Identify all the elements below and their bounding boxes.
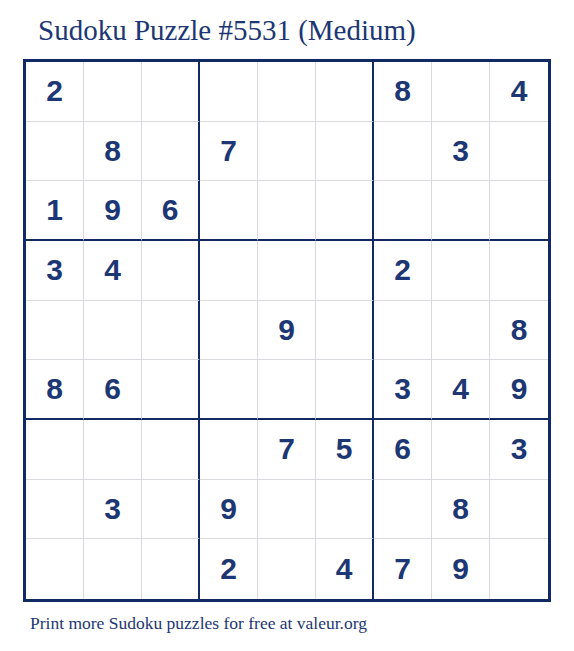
sudoku-cell-r8c1 <box>26 480 84 540</box>
sudoku-cell-r4c3 <box>142 241 200 301</box>
sudoku-cell-r8c4: 9 <box>200 480 258 540</box>
sudoku-cell-r5c1 <box>26 301 84 361</box>
sudoku-cell-r4c6 <box>316 241 374 301</box>
sudoku-cell-r5c2 <box>84 301 142 361</box>
sudoku-cell-r8c6 <box>316 480 374 540</box>
sudoku-cell-r1c9: 4 <box>490 62 548 122</box>
sudoku-cell-r1c6 <box>316 62 374 122</box>
sudoku-cell-r2c2: 8 <box>84 122 142 182</box>
sudoku-cell-r2c1 <box>26 122 84 182</box>
sudoku-cell-r5c3 <box>142 301 200 361</box>
sudoku-cell-r9c1 <box>26 539 84 599</box>
sudoku-cell-r7c5: 7 <box>258 420 316 480</box>
sudoku-cell-r9c7: 7 <box>374 539 432 599</box>
sudoku-cell-r3c6 <box>316 181 374 241</box>
sudoku-cell-r8c7 <box>374 480 432 540</box>
sudoku-cell-r7c1 <box>26 420 84 480</box>
sudoku-cell-r2c6 <box>316 122 374 182</box>
sudoku-cell-r6c2: 6 <box>84 360 142 420</box>
sudoku-cell-r8c5 <box>258 480 316 540</box>
sudoku-cell-r8c9 <box>490 480 548 540</box>
sudoku-cell-r7c4 <box>200 420 258 480</box>
sudoku-cell-r6c4 <box>200 360 258 420</box>
sudoku-cell-r1c8 <box>432 62 490 122</box>
sudoku-cell-r5c8 <box>432 301 490 361</box>
sudoku-cell-r5c6 <box>316 301 374 361</box>
sudoku-cell-r1c5 <box>258 62 316 122</box>
sudoku-cell-r4c5 <box>258 241 316 301</box>
sudoku-cell-r2c5 <box>258 122 316 182</box>
sudoku-cell-r8c3 <box>142 480 200 540</box>
sudoku-cell-r5c5: 9 <box>258 301 316 361</box>
sudoku-cell-r6c5 <box>258 360 316 420</box>
sudoku-cell-r2c7 <box>374 122 432 182</box>
sudoku-grid: 284873196342988634975633982479 <box>23 59 551 602</box>
sudoku-cell-r4c4 <box>200 241 258 301</box>
sudoku-cell-r9c8: 9 <box>432 539 490 599</box>
sudoku-cell-r9c2 <box>84 539 142 599</box>
sudoku-cell-r5c9: 8 <box>490 301 548 361</box>
sudoku-cell-r3c8 <box>432 181 490 241</box>
sudoku-cell-r6c9: 9 <box>490 360 548 420</box>
sudoku-cell-r9c9 <box>490 539 548 599</box>
sudoku-cell-r2c4: 7 <box>200 122 258 182</box>
sudoku-cell-r3c5 <box>258 181 316 241</box>
sudoku-cell-r6c1: 8 <box>26 360 84 420</box>
sudoku-cell-r7c3 <box>142 420 200 480</box>
sudoku-cell-r2c8: 3 <box>432 122 490 182</box>
sudoku-cell-r1c2 <box>84 62 142 122</box>
sudoku-cell-r4c7: 2 <box>374 241 432 301</box>
sudoku-cell-r7c2 <box>84 420 142 480</box>
sudoku-cell-r6c6 <box>316 360 374 420</box>
sudoku-cell-r5c4 <box>200 301 258 361</box>
sudoku-cell-r7c7: 6 <box>374 420 432 480</box>
sudoku-cell-r9c5 <box>258 539 316 599</box>
sudoku-cell-r4c1: 3 <box>26 241 84 301</box>
sudoku-cell-r1c1: 2 <box>26 62 84 122</box>
sudoku-cell-r3c7 <box>374 181 432 241</box>
sudoku-cell-r3c4 <box>200 181 258 241</box>
sudoku-cell-r7c9: 3 <box>490 420 548 480</box>
sudoku-cell-r6c8: 4 <box>432 360 490 420</box>
sudoku-cell-r3c3: 6 <box>142 181 200 241</box>
sudoku-cell-r9c6: 4 <box>316 539 374 599</box>
sudoku-cell-r3c9 <box>490 181 548 241</box>
sudoku-cell-r3c1: 1 <box>26 181 84 241</box>
sudoku-cell-r9c3 <box>142 539 200 599</box>
sudoku-cell-r3c2: 9 <box>84 181 142 241</box>
sudoku-cell-r9c4: 2 <box>200 539 258 599</box>
sudoku-cell-r1c3 <box>142 62 200 122</box>
footer-text: Print more Sudoku puzzles for free at va… <box>30 613 574 634</box>
sudoku-cell-r7c8 <box>432 420 490 480</box>
sudoku-cell-r8c2: 3 <box>84 480 142 540</box>
sudoku-cell-r4c2: 4 <box>84 241 142 301</box>
sudoku-cell-r8c8: 8 <box>432 480 490 540</box>
sudoku-cell-r6c7: 3 <box>374 360 432 420</box>
sudoku-cell-r4c9 <box>490 241 548 301</box>
sudoku-cell-r1c4 <box>200 62 258 122</box>
sudoku-cell-r7c6: 5 <box>316 420 374 480</box>
sudoku-cell-r4c8 <box>432 241 490 301</box>
sudoku-cell-r2c9 <box>490 122 548 182</box>
page-title: Sudoku Puzzle #5531 (Medium) <box>38 14 574 47</box>
sudoku-cell-r2c3 <box>142 122 200 182</box>
sudoku-cell-r5c7 <box>374 301 432 361</box>
sudoku-cell-r6c3 <box>142 360 200 420</box>
sudoku-cell-r1c7: 8 <box>374 62 432 122</box>
